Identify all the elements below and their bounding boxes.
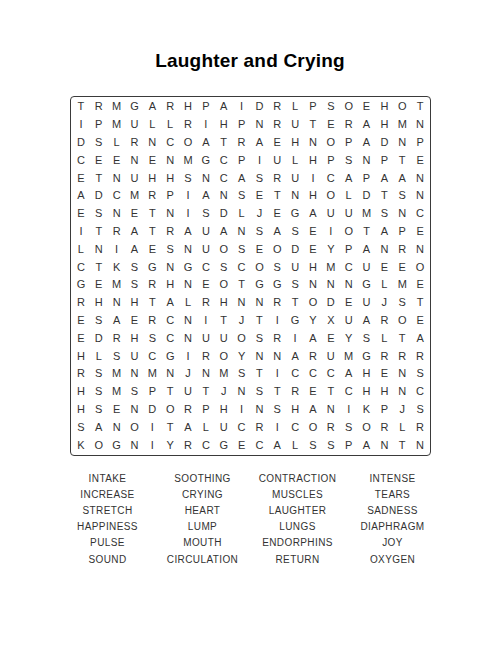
grid-cell-r8c10[interactable]: N bbox=[233, 223, 251, 241]
grid-cell-r7c4[interactable]: E bbox=[126, 205, 144, 223]
grid-cell-r1c13[interactable]: L bbox=[286, 98, 304, 116]
grid-cell-r12c5[interactable]: T bbox=[143, 294, 161, 312]
grid-cell-r5c9[interactable]: C bbox=[215, 169, 233, 187]
grid-cell-r2c17[interactable]: A bbox=[358, 116, 376, 134]
grid-cell-r6c5[interactable]: R bbox=[143, 187, 161, 205]
grid-cell-r2c18[interactable]: H bbox=[375, 116, 393, 134]
grid-cell-r11c17[interactable]: G bbox=[358, 276, 376, 294]
grid-cell-r3c11[interactable]: A bbox=[251, 134, 269, 152]
grid-cell-r3c10[interactable]: R bbox=[233, 134, 251, 152]
grid-cell-r2c4[interactable]: U bbox=[126, 116, 144, 134]
grid-cell-r11c13[interactable]: S bbox=[286, 276, 304, 294]
grid-cell-r9c12[interactable]: O bbox=[268, 240, 286, 258]
grid-cell-r6c12[interactable]: T bbox=[268, 187, 286, 205]
grid-cell-r10c6[interactable]: N bbox=[161, 258, 179, 276]
grid-cell-r11c1[interactable]: G bbox=[72, 276, 90, 294]
grid-cell-r11c8[interactable]: E bbox=[197, 276, 215, 294]
grid-cell-r5c6[interactable]: H bbox=[161, 169, 179, 187]
grid-cell-r16c18[interactable]: E bbox=[375, 365, 393, 383]
grid-cell-r13c11[interactable]: T bbox=[251, 312, 269, 330]
grid-cell-r4c4[interactable]: N bbox=[126, 151, 144, 169]
grid-cell-r4c2[interactable]: E bbox=[90, 151, 108, 169]
grid-cell-r11c6[interactable]: H bbox=[161, 276, 179, 294]
grid-cell-r7c6[interactable]: N bbox=[161, 205, 179, 223]
grid-cell-r13c8[interactable]: I bbox=[197, 312, 215, 330]
grid-cell-r8c18[interactable]: A bbox=[375, 223, 393, 241]
grid-cell-r11c10[interactable]: T bbox=[233, 276, 251, 294]
grid-cell-r8c20[interactable]: E bbox=[411, 223, 429, 241]
grid-cell-r16c15[interactable]: C bbox=[322, 365, 340, 383]
grid-cell-r20c8[interactable]: C bbox=[197, 436, 215, 454]
grid-cell-r11c4[interactable]: S bbox=[126, 276, 144, 294]
grid-cell-r6c2[interactable]: D bbox=[90, 187, 108, 205]
grid-cell-r17c18[interactable]: H bbox=[375, 383, 393, 401]
grid-cell-r7c17[interactable]: M bbox=[358, 205, 376, 223]
grid-cell-r4c20[interactable]: E bbox=[411, 151, 429, 169]
grid-cell-r15c20[interactable]: R bbox=[411, 347, 429, 365]
grid-cell-r20c13[interactable]: L bbox=[286, 436, 304, 454]
grid-cell-r10c19[interactable]: E bbox=[393, 258, 411, 276]
grid-cell-r13c2[interactable]: S bbox=[90, 312, 108, 330]
grid-cell-r19c16[interactable]: S bbox=[340, 418, 358, 436]
grid-cell-r1c19[interactable]: O bbox=[393, 98, 411, 116]
grid-cell-r10c11[interactable]: O bbox=[251, 258, 269, 276]
grid-cell-r17c14[interactable]: E bbox=[304, 383, 322, 401]
grid-cell-r14c12[interactable]: R bbox=[268, 329, 286, 347]
grid-cell-r8c7[interactable]: A bbox=[179, 223, 197, 241]
grid-cell-r12c7[interactable]: L bbox=[179, 294, 197, 312]
grid-cell-r19c4[interactable]: O bbox=[126, 418, 144, 436]
grid-cell-r15c1[interactable]: H bbox=[72, 347, 90, 365]
grid-cell-r20c2[interactable]: O bbox=[90, 436, 108, 454]
grid-cell-r7c3[interactable]: N bbox=[108, 205, 126, 223]
grid-cell-r1c4[interactable]: G bbox=[126, 98, 144, 116]
grid-cell-r15c2[interactable]: L bbox=[90, 347, 108, 365]
grid-cell-r11c9[interactable]: O bbox=[215, 276, 233, 294]
grid-cell-r19c1[interactable]: S bbox=[72, 418, 90, 436]
grid-cell-r2c19[interactable]: M bbox=[393, 116, 411, 134]
grid-cell-r16c8[interactable]: N bbox=[197, 365, 215, 383]
grid-cell-r6c18[interactable]: T bbox=[375, 187, 393, 205]
grid-cell-r17c8[interactable]: T bbox=[197, 383, 215, 401]
grid-cell-r15c5[interactable]: C bbox=[143, 347, 161, 365]
grid-cell-r16c6[interactable]: N bbox=[161, 365, 179, 383]
grid-cell-r11c11[interactable]: G bbox=[251, 276, 269, 294]
grid-cell-r15c6[interactable]: G bbox=[161, 347, 179, 365]
grid-cell-r20c20[interactable]: N bbox=[411, 436, 429, 454]
grid-cell-r13c6[interactable]: C bbox=[161, 312, 179, 330]
grid-cell-r11c2[interactable]: E bbox=[90, 276, 108, 294]
grid-cell-r13c3[interactable]: A bbox=[108, 312, 126, 330]
grid-cell-r3c16[interactable]: P bbox=[340, 134, 358, 152]
grid-cell-r10c10[interactable]: C bbox=[233, 258, 251, 276]
grid-cell-r8c5[interactable]: T bbox=[143, 223, 161, 241]
grid-cell-r20c10[interactable]: E bbox=[233, 436, 251, 454]
grid-cell-r5c11[interactable]: S bbox=[251, 169, 269, 187]
grid-cell-r9c17[interactable]: A bbox=[358, 240, 376, 258]
grid-cell-r4c14[interactable]: H bbox=[304, 151, 322, 169]
grid-cell-r12c9[interactable]: H bbox=[215, 294, 233, 312]
grid-cell-r12c10[interactable]: N bbox=[233, 294, 251, 312]
grid-cell-r20c16[interactable]: P bbox=[340, 436, 358, 454]
grid-cell-r13c7[interactable]: N bbox=[179, 312, 197, 330]
grid-cell-r7c1[interactable]: E bbox=[72, 205, 90, 223]
grid-cell-r20c19[interactable]: T bbox=[393, 436, 411, 454]
grid-cell-r18c9[interactable]: H bbox=[215, 401, 233, 419]
grid-cell-r20c6[interactable]: Y bbox=[161, 436, 179, 454]
grid-cell-r8c11[interactable]: S bbox=[251, 223, 269, 241]
grid-cell-r2c11[interactable]: N bbox=[251, 116, 269, 134]
grid-cell-r5c1[interactable]: E bbox=[72, 169, 90, 187]
grid-cell-r18c10[interactable]: I bbox=[233, 401, 251, 419]
grid-cell-r20c9[interactable]: G bbox=[215, 436, 233, 454]
grid-cell-r15c18[interactable]: R bbox=[375, 347, 393, 365]
grid-cell-r16c10[interactable]: S bbox=[233, 365, 251, 383]
grid-cell-r20c4[interactable]: N bbox=[126, 436, 144, 454]
grid-cell-r14c2[interactable]: D bbox=[90, 329, 108, 347]
grid-cell-r19c12[interactable]: I bbox=[268, 418, 286, 436]
grid-cell-r2c20[interactable]: N bbox=[411, 116, 429, 134]
grid-cell-r13c13[interactable]: G bbox=[286, 312, 304, 330]
grid-cell-r10c17[interactable]: U bbox=[358, 258, 376, 276]
grid-cell-r7c8[interactable]: S bbox=[197, 205, 215, 223]
grid-cell-r13c20[interactable]: E bbox=[411, 312, 429, 330]
grid-cell-r12c8[interactable]: R bbox=[197, 294, 215, 312]
grid-cell-r1c5[interactable]: A bbox=[143, 98, 161, 116]
grid-cell-r6c16[interactable]: L bbox=[340, 187, 358, 205]
grid-cell-r2c9[interactable]: H bbox=[215, 116, 233, 134]
grid-cell-r15c13[interactable]: A bbox=[286, 347, 304, 365]
grid-cell-r15c10[interactable]: Y bbox=[233, 347, 251, 365]
grid-cell-r9c7[interactable]: N bbox=[179, 240, 197, 258]
grid-cell-r16c5[interactable]: M bbox=[143, 365, 161, 383]
grid-cell-r4c8[interactable]: G bbox=[197, 151, 215, 169]
grid-cell-r9c4[interactable]: A bbox=[126, 240, 144, 258]
grid-cell-r11c7[interactable]: N bbox=[179, 276, 197, 294]
grid-cell-r7c10[interactable]: L bbox=[233, 205, 251, 223]
grid-cell-r14c6[interactable]: C bbox=[161, 329, 179, 347]
grid-cell-r4c9[interactable]: C bbox=[215, 151, 233, 169]
grid-cell-r16c3[interactable]: M bbox=[108, 365, 126, 383]
grid-cell-r20c5[interactable]: I bbox=[143, 436, 161, 454]
grid-cell-r5c5[interactable]: H bbox=[143, 169, 161, 187]
grid-cell-r19c5[interactable]: I bbox=[143, 418, 161, 436]
grid-cell-r14c8[interactable]: U bbox=[197, 329, 215, 347]
grid-cell-r4c5[interactable]: E bbox=[143, 151, 161, 169]
grid-cell-r3c5[interactable]: N bbox=[143, 134, 161, 152]
grid-cell-r8c8[interactable]: U bbox=[197, 223, 215, 241]
grid-cell-r8c12[interactable]: A bbox=[268, 223, 286, 241]
grid-cell-r18c5[interactable]: D bbox=[143, 401, 161, 419]
grid-cell-r4c12[interactable]: U bbox=[268, 151, 286, 169]
grid-cell-r19c2[interactable]: A bbox=[90, 418, 108, 436]
grid-cell-r20c15[interactable]: S bbox=[322, 436, 340, 454]
grid-cell-r19c13[interactable]: C bbox=[286, 418, 304, 436]
grid-cell-r18c17[interactable]: K bbox=[358, 401, 376, 419]
grid-cell-r6c14[interactable]: H bbox=[304, 187, 322, 205]
grid-cell-r14c5[interactable]: S bbox=[143, 329, 161, 347]
grid-cell-r13c17[interactable]: A bbox=[358, 312, 376, 330]
grid-cell-r16c11[interactable]: T bbox=[251, 365, 269, 383]
grid-cell-r14c15[interactable]: E bbox=[322, 329, 340, 347]
grid-cell-r12c2[interactable]: H bbox=[90, 294, 108, 312]
grid-cell-r17c9[interactable]: J bbox=[215, 383, 233, 401]
grid-cell-r9c1[interactable]: L bbox=[72, 240, 90, 258]
grid-cell-r8c4[interactable]: A bbox=[126, 223, 144, 241]
grid-cell-r20c12[interactable]: A bbox=[268, 436, 286, 454]
grid-cell-r17c15[interactable]: T bbox=[322, 383, 340, 401]
grid-cell-r3c13[interactable]: H bbox=[286, 134, 304, 152]
grid-cell-r6c9[interactable]: N bbox=[215, 187, 233, 205]
grid-cell-r12c1[interactable]: R bbox=[72, 294, 90, 312]
grid-cell-r17c16[interactable]: C bbox=[340, 383, 358, 401]
grid-cell-r1c9[interactable]: A bbox=[215, 98, 233, 116]
grid-cell-r13c5[interactable]: R bbox=[143, 312, 161, 330]
grid-cell-r18c19[interactable]: J bbox=[393, 401, 411, 419]
grid-cell-r4c11[interactable]: I bbox=[251, 151, 269, 169]
grid-cell-r19c3[interactable]: N bbox=[108, 418, 126, 436]
grid-cell-r5c17[interactable]: P bbox=[358, 169, 376, 187]
grid-cell-r3c7[interactable]: O bbox=[179, 134, 197, 152]
grid-cell-r3c3[interactable]: L bbox=[108, 134, 126, 152]
grid-cell-r3c6[interactable]: C bbox=[161, 134, 179, 152]
grid-cell-r14c9[interactable]: U bbox=[215, 329, 233, 347]
grid-cell-r6c4[interactable]: M bbox=[126, 187, 144, 205]
grid-cell-r17c2[interactable]: S bbox=[90, 383, 108, 401]
grid-cell-r14c20[interactable]: A bbox=[411, 329, 429, 347]
grid-cell-r6c10[interactable]: S bbox=[233, 187, 251, 205]
grid-cell-r2c6[interactable]: L bbox=[161, 116, 179, 134]
grid-cell-r3c2[interactable]: S bbox=[90, 134, 108, 152]
grid-cell-r10c3[interactable]: K bbox=[108, 258, 126, 276]
grid-cell-r10c8[interactable]: C bbox=[197, 258, 215, 276]
grid-cell-r7c2[interactable]: S bbox=[90, 205, 108, 223]
grid-cell-r6c3[interactable]: C bbox=[108, 187, 126, 205]
grid-cell-r7c5[interactable]: T bbox=[143, 205, 161, 223]
grid-cell-r5c4[interactable]: U bbox=[126, 169, 144, 187]
grid-cell-r12c16[interactable]: E bbox=[340, 294, 358, 312]
grid-cell-r12c18[interactable]: J bbox=[375, 294, 393, 312]
grid-cell-r19c8[interactable]: L bbox=[197, 418, 215, 436]
grid-cell-r9c18[interactable]: N bbox=[375, 240, 393, 258]
grid-cell-r14c18[interactable]: L bbox=[375, 329, 393, 347]
grid-cell-r15c12[interactable]: N bbox=[268, 347, 286, 365]
grid-cell-r18c15[interactable]: N bbox=[322, 401, 340, 419]
grid-cell-r15c7[interactable]: I bbox=[179, 347, 197, 365]
grid-cell-r18c13[interactable]: H bbox=[286, 401, 304, 419]
grid-cell-r5c2[interactable]: T bbox=[90, 169, 108, 187]
grid-cell-r15c3[interactable]: S bbox=[108, 347, 126, 365]
grid-cell-r13c4[interactable]: E bbox=[126, 312, 144, 330]
grid-cell-r11c5[interactable]: R bbox=[143, 276, 161, 294]
grid-cell-r8c15[interactable]: I bbox=[322, 223, 340, 241]
grid-cell-r12c19[interactable]: S bbox=[393, 294, 411, 312]
grid-cell-r16c1[interactable]: R bbox=[72, 365, 90, 383]
grid-cell-r12c6[interactable]: A bbox=[161, 294, 179, 312]
grid-cell-r1c7[interactable]: H bbox=[179, 98, 197, 116]
grid-cell-r9c20[interactable]: N bbox=[411, 240, 429, 258]
grid-cell-r8c16[interactable]: O bbox=[340, 223, 358, 241]
grid-cell-r11c3[interactable]: M bbox=[108, 276, 126, 294]
grid-cell-r9c5[interactable]: E bbox=[143, 240, 161, 258]
grid-cell-r19c19[interactable]: L bbox=[393, 418, 411, 436]
grid-cell-r5c18[interactable]: A bbox=[375, 169, 393, 187]
grid-cell-r10c16[interactable]: C bbox=[340, 258, 358, 276]
grid-cell-r4c17[interactable]: N bbox=[358, 151, 376, 169]
grid-cell-r15c11[interactable]: N bbox=[251, 347, 269, 365]
grid-cell-r18c11[interactable]: N bbox=[251, 401, 269, 419]
grid-cell-r17c19[interactable]: N bbox=[393, 383, 411, 401]
grid-cell-r12c14[interactable]: O bbox=[304, 294, 322, 312]
grid-cell-r15c8[interactable]: R bbox=[197, 347, 215, 365]
grid-cell-r3c19[interactable]: N bbox=[393, 134, 411, 152]
grid-cell-r5c15[interactable]: C bbox=[322, 169, 340, 187]
grid-cell-r1c8[interactable]: P bbox=[197, 98, 215, 116]
grid-cell-r17c5[interactable]: P bbox=[143, 383, 161, 401]
grid-cell-r5c12[interactable]: R bbox=[268, 169, 286, 187]
grid-cell-r17c3[interactable]: M bbox=[108, 383, 126, 401]
grid-cell-r17c6[interactable]: T bbox=[161, 383, 179, 401]
grid-cell-r16c13[interactable]: C bbox=[286, 365, 304, 383]
grid-cell-r15c19[interactable]: R bbox=[393, 347, 411, 365]
grid-cell-r3c17[interactable]: A bbox=[358, 134, 376, 152]
grid-cell-r19c18[interactable]: R bbox=[375, 418, 393, 436]
grid-cell-r14c1[interactable]: E bbox=[72, 329, 90, 347]
grid-cell-r13c9[interactable]: T bbox=[215, 312, 233, 330]
grid-cell-r8c9[interactable]: A bbox=[215, 223, 233, 241]
grid-cell-r1c20[interactable]: T bbox=[411, 98, 429, 116]
grid-cell-r1c17[interactable]: E bbox=[358, 98, 376, 116]
grid-cell-r7c20[interactable]: C bbox=[411, 205, 429, 223]
grid-cell-r10c14[interactable]: H bbox=[304, 258, 322, 276]
grid-cell-r2c3[interactable]: M bbox=[108, 116, 126, 134]
grid-cell-r12c17[interactable]: U bbox=[358, 294, 376, 312]
grid-cell-r10c12[interactable]: S bbox=[268, 258, 286, 276]
grid-cell-r10c15[interactable]: M bbox=[322, 258, 340, 276]
grid-cell-r9c13[interactable]: D bbox=[286, 240, 304, 258]
grid-cell-r1c14[interactable]: P bbox=[304, 98, 322, 116]
grid-cell-r6c13[interactable]: N bbox=[286, 187, 304, 205]
grid-cell-r14c16[interactable]: Y bbox=[340, 329, 358, 347]
grid-cell-r8c14[interactable]: E bbox=[304, 223, 322, 241]
grid-cell-r19c20[interactable]: R bbox=[411, 418, 429, 436]
grid-cell-r17c7[interactable]: U bbox=[179, 383, 197, 401]
grid-cell-r10c5[interactable]: G bbox=[143, 258, 161, 276]
grid-cell-r9c6[interactable]: S bbox=[161, 240, 179, 258]
grid-cell-r14c10[interactable]: O bbox=[233, 329, 251, 347]
grid-cell-r1c10[interactable]: I bbox=[233, 98, 251, 116]
grid-cell-r2c16[interactable]: R bbox=[340, 116, 358, 134]
grid-cell-r17c4[interactable]: S bbox=[126, 383, 144, 401]
grid-cell-r8c6[interactable]: R bbox=[161, 223, 179, 241]
grid-cell-r16c19[interactable]: N bbox=[393, 365, 411, 383]
grid-cell-r14c7[interactable]: N bbox=[179, 329, 197, 347]
grid-cell-r11c12[interactable]: G bbox=[268, 276, 286, 294]
grid-cell-r18c4[interactable]: N bbox=[126, 401, 144, 419]
grid-cell-r6c15[interactable]: O bbox=[322, 187, 340, 205]
grid-cell-r13c19[interactable]: O bbox=[393, 312, 411, 330]
grid-cell-r10c18[interactable]: E bbox=[375, 258, 393, 276]
grid-cell-r3c12[interactable]: E bbox=[268, 134, 286, 152]
grid-cell-r13c16[interactable]: U bbox=[340, 312, 358, 330]
grid-cell-r3c14[interactable]: N bbox=[304, 134, 322, 152]
grid-cell-r12c4[interactable]: H bbox=[126, 294, 144, 312]
grid-cell-r9c14[interactable]: E bbox=[304, 240, 322, 258]
grid-cell-r16c2[interactable]: S bbox=[90, 365, 108, 383]
grid-cell-r6c8[interactable]: A bbox=[197, 187, 215, 205]
grid-cell-r9c2[interactable]: N bbox=[90, 240, 108, 258]
grid-cell-r20c17[interactable]: A bbox=[358, 436, 376, 454]
grid-cell-r9c10[interactable]: S bbox=[233, 240, 251, 258]
grid-cell-r18c3[interactable]: E bbox=[108, 401, 126, 419]
grid-cell-r19c15[interactable]: R bbox=[322, 418, 340, 436]
grid-cell-r4c16[interactable]: S bbox=[340, 151, 358, 169]
grid-cell-r20c11[interactable]: C bbox=[251, 436, 269, 454]
grid-cell-r4c13[interactable]: L bbox=[286, 151, 304, 169]
grid-cell-r4c3[interactable]: E bbox=[108, 151, 126, 169]
grid-cell-r7c18[interactable]: S bbox=[375, 205, 393, 223]
grid-cell-r18c7[interactable]: R bbox=[179, 401, 197, 419]
grid-cell-r6c6[interactable]: P bbox=[161, 187, 179, 205]
grid-cell-r13c12[interactable]: I bbox=[268, 312, 286, 330]
grid-cell-r7c7[interactable]: I bbox=[179, 205, 197, 223]
grid-cell-r1c1[interactable]: T bbox=[72, 98, 90, 116]
grid-cell-r1c12[interactable]: R bbox=[268, 98, 286, 116]
grid-cell-r11c14[interactable]: N bbox=[304, 276, 322, 294]
grid-cell-r13c18[interactable]: R bbox=[375, 312, 393, 330]
grid-cell-r17c11[interactable]: S bbox=[251, 383, 269, 401]
grid-cell-r6c11[interactable]: E bbox=[251, 187, 269, 205]
grid-cell-r4c1[interactable]: C bbox=[72, 151, 90, 169]
grid-cell-r20c18[interactable]: N bbox=[375, 436, 393, 454]
grid-cell-r9c19[interactable]: R bbox=[393, 240, 411, 258]
grid-cell-r6c20[interactable]: N bbox=[411, 187, 429, 205]
grid-cell-r14c11[interactable]: S bbox=[251, 329, 269, 347]
grid-cell-r5c13[interactable]: U bbox=[286, 169, 304, 187]
grid-cell-r6c17[interactable]: D bbox=[358, 187, 376, 205]
grid-cell-r2c12[interactable]: R bbox=[268, 116, 286, 134]
grid-cell-r8c19[interactable]: P bbox=[393, 223, 411, 241]
grid-cell-r18c14[interactable]: A bbox=[304, 401, 322, 419]
grid-cell-r1c2[interactable]: R bbox=[90, 98, 108, 116]
grid-cell-r8c13[interactable]: S bbox=[286, 223, 304, 241]
grid-cell-r1c3[interactable]: M bbox=[108, 98, 126, 116]
grid-cell-r5c7[interactable]: S bbox=[179, 169, 197, 187]
grid-cell-r15c17[interactable]: G bbox=[358, 347, 376, 365]
grid-cell-r14c13[interactable]: I bbox=[286, 329, 304, 347]
grid-cell-r3c20[interactable]: P bbox=[411, 134, 429, 152]
grid-cell-r2c2[interactable]: P bbox=[90, 116, 108, 134]
grid-cell-r6c1[interactable]: A bbox=[72, 187, 90, 205]
grid-cell-r3c18[interactable]: D bbox=[375, 134, 393, 152]
grid-cell-r7c11[interactable]: J bbox=[251, 205, 269, 223]
grid-cell-r4c10[interactable]: P bbox=[233, 151, 251, 169]
grid-cell-r6c19[interactable]: S bbox=[393, 187, 411, 205]
grid-cell-r20c7[interactable]: R bbox=[179, 436, 197, 454]
grid-cell-r15c4[interactable]: U bbox=[126, 347, 144, 365]
grid-cell-r10c4[interactable]: S bbox=[126, 258, 144, 276]
grid-cell-r14c17[interactable]: S bbox=[358, 329, 376, 347]
grid-cell-r7c19[interactable]: N bbox=[393, 205, 411, 223]
grid-cell-r16c7[interactable]: J bbox=[179, 365, 197, 383]
grid-cell-r5c16[interactable]: A bbox=[340, 169, 358, 187]
grid-cell-r2c7[interactable]: R bbox=[179, 116, 197, 134]
grid-cell-r9c11[interactable]: E bbox=[251, 240, 269, 258]
grid-cell-r10c13[interactable]: U bbox=[286, 258, 304, 276]
grid-cell-r10c7[interactable]: G bbox=[179, 258, 197, 276]
grid-cell-r5c19[interactable]: A bbox=[393, 169, 411, 187]
grid-cell-r12c3[interactable]: N bbox=[108, 294, 126, 312]
